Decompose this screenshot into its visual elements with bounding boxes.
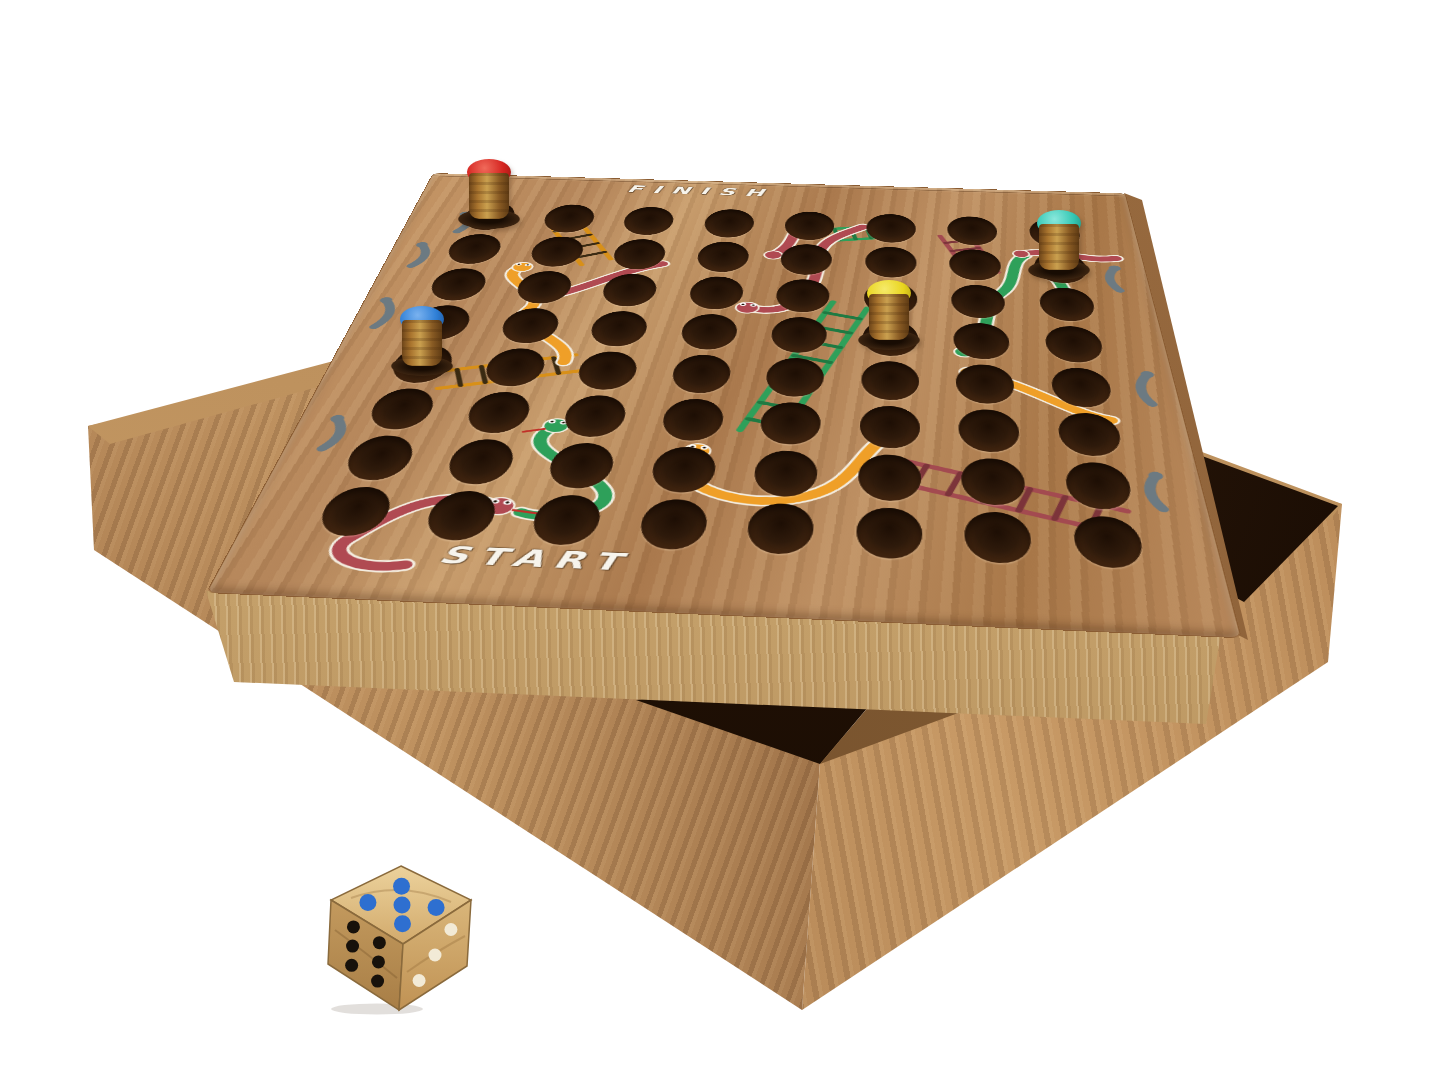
hole-cell-r4c5[interactable] — [751, 313, 845, 357]
hole-cell-r2c3[interactable] — [593, 236, 685, 273]
hole-cell-r8c3[interactable] — [505, 489, 627, 550]
hole — [545, 442, 619, 489]
hole — [865, 246, 917, 278]
die-pip — [346, 940, 359, 953]
hole — [702, 208, 756, 238]
hole — [364, 387, 440, 430]
hole-cell-r8c5[interactable] — [723, 498, 836, 560]
hole — [1056, 412, 1124, 457]
hole — [745, 502, 815, 555]
hole — [420, 490, 502, 542]
hole — [951, 284, 1007, 319]
hole — [648, 446, 718, 494]
hole-cell-r1c3[interactable] — [604, 204, 693, 239]
hole — [636, 498, 710, 550]
hole-cell-r8c8[interactable] — [1049, 510, 1169, 573]
hole — [1037, 287, 1096, 322]
hole — [1063, 461, 1135, 510]
hole-cell-r5c6[interactable] — [841, 357, 938, 405]
hole-cell-r1c2[interactable] — [523, 201, 614, 235]
die-pip — [345, 959, 358, 972]
hole-cell-r1c6[interactable] — [849, 211, 932, 246]
hole — [949, 249, 1003, 281]
hole-cell-r4c3[interactable] — [568, 307, 668, 350]
die-pip — [394, 897, 411, 914]
hole-cell-r8c6[interactable] — [833, 502, 944, 564]
hole-cell-r5c4[interactable] — [650, 350, 752, 397]
hole — [958, 408, 1022, 453]
hole — [610, 238, 668, 270]
hole-cell-r7c4[interactable] — [627, 442, 739, 498]
hole — [695, 241, 751, 273]
hole — [426, 267, 492, 301]
hole-cell-r8c7[interactable] — [942, 506, 1056, 569]
hole-cell-r3c8[interactable] — [1020, 284, 1115, 325]
hole-cell-r6c5[interactable] — [739, 397, 842, 449]
hole-cell-r5c2[interactable] — [460, 344, 568, 391]
hole-cell-r2c4[interactable] — [677, 238, 767, 275]
hole — [528, 494, 606, 546]
hole-cell-r2c1[interactable] — [425, 231, 522, 268]
hole-cell-r3c7[interactable] — [934, 281, 1025, 322]
hole — [669, 354, 733, 394]
die-pip — [413, 974, 426, 987]
hole — [861, 360, 919, 401]
hole-cell-r8c2[interactable] — [397, 485, 523, 546]
hole — [480, 347, 550, 387]
die[interactable] — [315, 860, 485, 1015]
scene: FINISH START — [0, 0, 1445, 1083]
hole — [857, 453, 921, 501]
hole-cell-r3c2[interactable] — [494, 267, 593, 307]
hole — [764, 357, 825, 397]
hole-cell-r7c7[interactable] — [940, 453, 1049, 510]
hole — [779, 243, 833, 275]
hole-cell-r5c3[interactable] — [555, 347, 660, 394]
hole-cell-r1c7[interactable] — [931, 213, 1015, 248]
hole-cell-r6c3[interactable] — [540, 391, 650, 442]
die-pip — [428, 899, 445, 916]
peg-shaft — [469, 173, 509, 219]
die-pip — [372, 955, 385, 968]
hole — [313, 486, 398, 537]
die-pip — [347, 920, 360, 933]
hole-cell-r2c2[interactable] — [509, 233, 604, 270]
hole-cell-r2c7[interactable] — [932, 246, 1020, 284]
hole-cell-r7c3[interactable] — [523, 438, 639, 494]
hole — [1071, 515, 1146, 569]
die-pip — [394, 915, 411, 932]
hole — [340, 434, 421, 481]
peg-turquoise[interactable] — [1035, 210, 1083, 274]
hole — [443, 233, 506, 264]
hole — [659, 398, 726, 442]
hole-cell-r3c1[interactable] — [407, 265, 509, 305]
hole-cell-r8c4[interactable] — [614, 494, 731, 556]
hole — [770, 316, 828, 353]
hole — [526, 236, 587, 267]
hole-cell-r5c5[interactable] — [745, 354, 843, 401]
hole — [1043, 325, 1105, 363]
peg-shaft — [1039, 224, 1079, 270]
hole-cell-r2c5[interactable] — [762, 241, 849, 279]
hole — [574, 350, 641, 390]
hole-cell-r6c2[interactable] — [441, 387, 555, 438]
hole-cell-r4c7[interactable] — [935, 319, 1030, 363]
peg-blue[interactable] — [398, 306, 446, 370]
peg-red[interactable] — [465, 159, 513, 223]
hole-cell-r7c2[interactable] — [420, 434, 539, 489]
die-pip — [373, 936, 386, 949]
hole — [678, 313, 739, 350]
hole-cell-r1c5[interactable] — [767, 208, 851, 243]
hole — [859, 405, 920, 449]
hole — [599, 273, 660, 307]
hole-cell-r1c4[interactable] — [685, 206, 771, 241]
die-pip — [359, 894, 376, 911]
hole — [947, 216, 999, 246]
die-pip — [393, 878, 410, 895]
hole-cell-r6c8[interactable] — [1036, 408, 1145, 461]
hole-cell-r2c6[interactable] — [848, 243, 934, 281]
die-pip — [444, 923, 457, 936]
hole — [687, 276, 745, 310]
die-shadow — [331, 1004, 423, 1015]
hole-cell-r4c2[interactable] — [478, 304, 581, 347]
hole — [775, 278, 831, 312]
hole — [621, 206, 677, 235]
hole-cell-r5c8[interactable] — [1030, 363, 1134, 411]
hole — [784, 211, 836, 241]
hole — [963, 511, 1033, 565]
hole-cell-r6c6[interactable] — [839, 401, 940, 453]
peg-yellow[interactable] — [865, 280, 913, 344]
hole-cell-r3c3[interactable] — [581, 270, 677, 310]
hole-cell-r6c4[interactable] — [639, 394, 746, 445]
hole-cell-r3c4[interactable] — [669, 273, 762, 313]
hole-cell-r6c7[interactable] — [938, 405, 1042, 457]
hole — [759, 401, 823, 445]
peg-shaft — [402, 320, 442, 366]
die-pip — [371, 975, 384, 988]
hole — [953, 322, 1011, 360]
peg-shaft — [869, 294, 909, 340]
hole — [497, 307, 563, 344]
hole — [955, 363, 1016, 404]
hole-cell-r7c8[interactable] — [1042, 457, 1156, 515]
hole — [855, 506, 922, 559]
hole — [462, 391, 535, 434]
hole — [960, 457, 1027, 506]
hole — [512, 270, 575, 304]
hole — [1049, 367, 1114, 408]
hole-cell-r4c8[interactable] — [1025, 322, 1124, 367]
hole — [587, 310, 651, 347]
hole — [442, 438, 519, 485]
hole-cell-r3c5[interactable] — [757, 275, 848, 315]
hole — [540, 204, 598, 233]
hole — [752, 449, 819, 497]
hole — [866, 213, 916, 243]
hole-cell-r5c7[interactable] — [937, 360, 1036, 408]
hole-cell-r4c4[interactable] — [660, 310, 757, 353]
hole-cell-r7c6[interactable] — [836, 449, 942, 506]
hole-cell-r7c5[interactable] — [731, 445, 839, 502]
hole — [560, 394, 630, 437]
die-pip — [429, 949, 442, 962]
